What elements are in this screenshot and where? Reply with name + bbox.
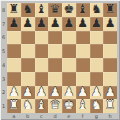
white-pawn-icon[interactable]: ♟ xyxy=(36,85,47,99)
white-knight-icon[interactable]: ♞ xyxy=(22,99,33,113)
file-label-g: g xyxy=(90,112,104,119)
square-e6[interactable] xyxy=(62,31,76,45)
square-f1[interactable]: ♝ xyxy=(76,99,90,113)
white-knight-icon[interactable]: ♞ xyxy=(91,99,102,113)
white-pawn-icon[interactable]: ♟ xyxy=(22,85,33,99)
rank-label-5: 5 xyxy=(0,44,7,58)
black-pawn-icon[interactable]: ♟ xyxy=(63,16,74,30)
square-a5[interactable] xyxy=(7,44,21,58)
square-e1[interactable]: ♚ xyxy=(62,99,76,113)
white-pawn-icon[interactable]: ♟ xyxy=(77,85,88,99)
white-pawn-icon[interactable]: ♟ xyxy=(105,85,116,99)
square-d7[interactable]: ♟ xyxy=(48,17,62,31)
black-rook-icon[interactable]: ♜ xyxy=(8,3,19,17)
white-rook-icon[interactable]: ♜ xyxy=(105,99,116,113)
black-knight-icon[interactable]: ♞ xyxy=(91,3,102,17)
black-pawn-icon[interactable]: ♟ xyxy=(77,16,88,30)
square-b1[interactable]: ♞ xyxy=(21,99,35,113)
square-h6[interactable] xyxy=(103,31,117,45)
black-rook-icon[interactable]: ♜ xyxy=(105,3,116,17)
chess-board-window: 8 7 6 5 4 3 2 1 ♜♞♝♛♚♝♞♜♟♟♟♟♟♟♟♟♟♟♟♟♟♟♟♟… xyxy=(0,0,120,120)
square-c6[interactable] xyxy=(35,31,49,45)
square-f5[interactable] xyxy=(76,44,90,58)
rank-label-4: 4 xyxy=(0,58,7,72)
white-pawn-icon[interactable]: ♟ xyxy=(91,85,102,99)
black-bishop-icon[interactable]: ♝ xyxy=(36,3,47,17)
file-labels: a b c d e f g h xyxy=(7,112,117,119)
square-c4[interactable] xyxy=(35,58,49,72)
square-a1[interactable]: ♜ xyxy=(7,99,21,113)
square-d1[interactable]: ♛ xyxy=(48,99,62,113)
file-label-d: d xyxy=(48,112,62,119)
square-h1[interactable]: ♜ xyxy=(103,99,117,113)
black-bishop-icon[interactable]: ♝ xyxy=(77,3,88,17)
square-e4[interactable] xyxy=(62,58,76,72)
square-e7[interactable]: ♟ xyxy=(62,17,76,31)
chess-board[interactable]: ♜♞♝♛♚♝♞♜♟♟♟♟♟♟♟♟♟♟♟♟♟♟♟♟♜♞♝♛♚♝♞♜ xyxy=(7,3,117,113)
square-b4[interactable] xyxy=(21,58,35,72)
square-g5[interactable] xyxy=(90,44,104,58)
square-b5[interactable] xyxy=(21,44,35,58)
square-b6[interactable] xyxy=(21,31,35,45)
square-a4[interactable] xyxy=(7,58,21,72)
square-d6[interactable] xyxy=(48,31,62,45)
black-queen-icon[interactable]: ♛ xyxy=(50,3,61,17)
square-h4[interactable] xyxy=(103,58,117,72)
white-bishop-icon[interactable]: ♝ xyxy=(77,99,88,113)
square-h5[interactable] xyxy=(103,44,117,58)
black-pawn-icon[interactable]: ♟ xyxy=(22,16,33,30)
rank-labels: 8 7 6 5 4 3 2 1 xyxy=(0,3,7,113)
white-pawn-icon[interactable]: ♟ xyxy=(50,85,61,99)
file-label-b: b xyxy=(21,112,35,119)
square-a6[interactable] xyxy=(7,31,21,45)
file-label-a: a xyxy=(7,112,21,119)
file-label-c: c xyxy=(35,112,49,119)
rank-label-6: 6 xyxy=(0,31,7,45)
white-pawn-icon[interactable]: ♟ xyxy=(8,85,19,99)
square-f7[interactable]: ♟ xyxy=(76,17,90,31)
black-pawn-icon[interactable]: ♟ xyxy=(50,16,61,30)
rank-label-3: 3 xyxy=(0,72,7,86)
square-b7[interactable]: ♟ xyxy=(21,17,35,31)
file-label-e: e xyxy=(62,112,76,119)
black-pawn-icon[interactable]: ♟ xyxy=(8,16,19,30)
square-d5[interactable] xyxy=(48,44,62,58)
white-queen-icon[interactable]: ♛ xyxy=(50,99,61,113)
rank-label-8: 8 xyxy=(0,3,7,17)
square-f4[interactable] xyxy=(76,58,90,72)
black-pawn-icon[interactable]: ♟ xyxy=(36,16,47,30)
square-c1[interactable]: ♝ xyxy=(35,99,49,113)
square-c5[interactable] xyxy=(35,44,49,58)
black-pawn-icon[interactable]: ♟ xyxy=(105,16,116,30)
black-knight-icon[interactable]: ♞ xyxy=(22,3,33,17)
square-f6[interactable] xyxy=(76,31,90,45)
rank-label-2: 2 xyxy=(0,86,7,100)
white-bishop-icon[interactable]: ♝ xyxy=(36,99,47,113)
square-g7[interactable]: ♟ xyxy=(90,17,104,31)
rank-label-1: 1 xyxy=(0,99,7,113)
square-g1[interactable]: ♞ xyxy=(90,99,104,113)
file-label-f: f xyxy=(76,112,90,119)
square-c7[interactable]: ♟ xyxy=(35,17,49,31)
white-rook-icon[interactable]: ♜ xyxy=(8,99,19,113)
square-h7[interactable]: ♟ xyxy=(103,17,117,31)
rank-label-7: 7 xyxy=(0,17,7,31)
square-g6[interactable] xyxy=(90,31,104,45)
file-label-h: h xyxy=(103,112,117,119)
square-a7[interactable]: ♟ xyxy=(7,17,21,31)
black-king-icon[interactable]: ♚ xyxy=(63,3,74,17)
square-g4[interactable] xyxy=(90,58,104,72)
black-pawn-icon[interactable]: ♟ xyxy=(91,16,102,30)
white-king-icon[interactable]: ♚ xyxy=(63,99,74,113)
square-d4[interactable] xyxy=(48,58,62,72)
white-pawn-icon[interactable]: ♟ xyxy=(63,85,74,99)
square-e5[interactable] xyxy=(62,44,76,58)
